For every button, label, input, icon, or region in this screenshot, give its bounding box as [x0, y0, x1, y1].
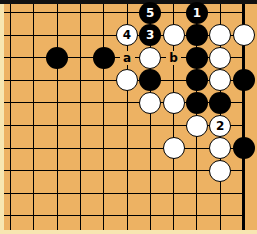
- left-crop-border: [0, 0, 4, 234]
- black-stone: [186, 47, 208, 69]
- white-stone-move-4: 4: [116, 24, 138, 46]
- white-stone-move-2: 2: [209, 115, 231, 137]
- black-stone: [139, 69, 161, 91]
- black-stone: [93, 47, 115, 69]
- black-stone: [233, 137, 255, 159]
- point-label-a: a: [120, 51, 135, 65]
- board-grid-line: [80, 4, 81, 230]
- board-grid-line: [4, 193, 245, 194]
- black-stone-move-5: 5: [139, 2, 161, 24]
- white-stone: [186, 115, 208, 137]
- board-grid-line: [33, 4, 34, 230]
- black-stone: [186, 92, 208, 114]
- black-stone-move-1: 1: [186, 2, 208, 24]
- go-board-diagram: 51432ab: [0, 0, 257, 234]
- top-crop-bar: [0, 0, 257, 4]
- black-stone: [186, 69, 208, 91]
- black-stone: [233, 69, 255, 91]
- white-stone: [209, 47, 231, 69]
- white-stone: [209, 69, 231, 91]
- bottom-crop-border: [0, 230, 257, 234]
- white-stone: [163, 137, 185, 159]
- white-stone: [116, 69, 138, 91]
- black-stone: [46, 47, 68, 69]
- white-stone: [233, 24, 255, 46]
- white-stone: [163, 92, 185, 114]
- black-stone-move-3: 3: [139, 24, 161, 46]
- board-grid-line: [10, 4, 11, 230]
- white-stone: [209, 160, 231, 182]
- board-grid-line: [4, 12, 245, 13]
- black-stone: [209, 92, 231, 114]
- board-grid-line: [103, 4, 104, 230]
- board-grid-line: [57, 4, 58, 230]
- white-stone: [139, 92, 161, 114]
- white-stone: [209, 24, 231, 46]
- black-stone: [186, 24, 208, 46]
- white-stone: [163, 24, 185, 46]
- white-stone: [139, 47, 161, 69]
- board-grid-line: [4, 215, 245, 216]
- point-label-b: b: [166, 51, 181, 65]
- white-stone: [209, 137, 231, 159]
